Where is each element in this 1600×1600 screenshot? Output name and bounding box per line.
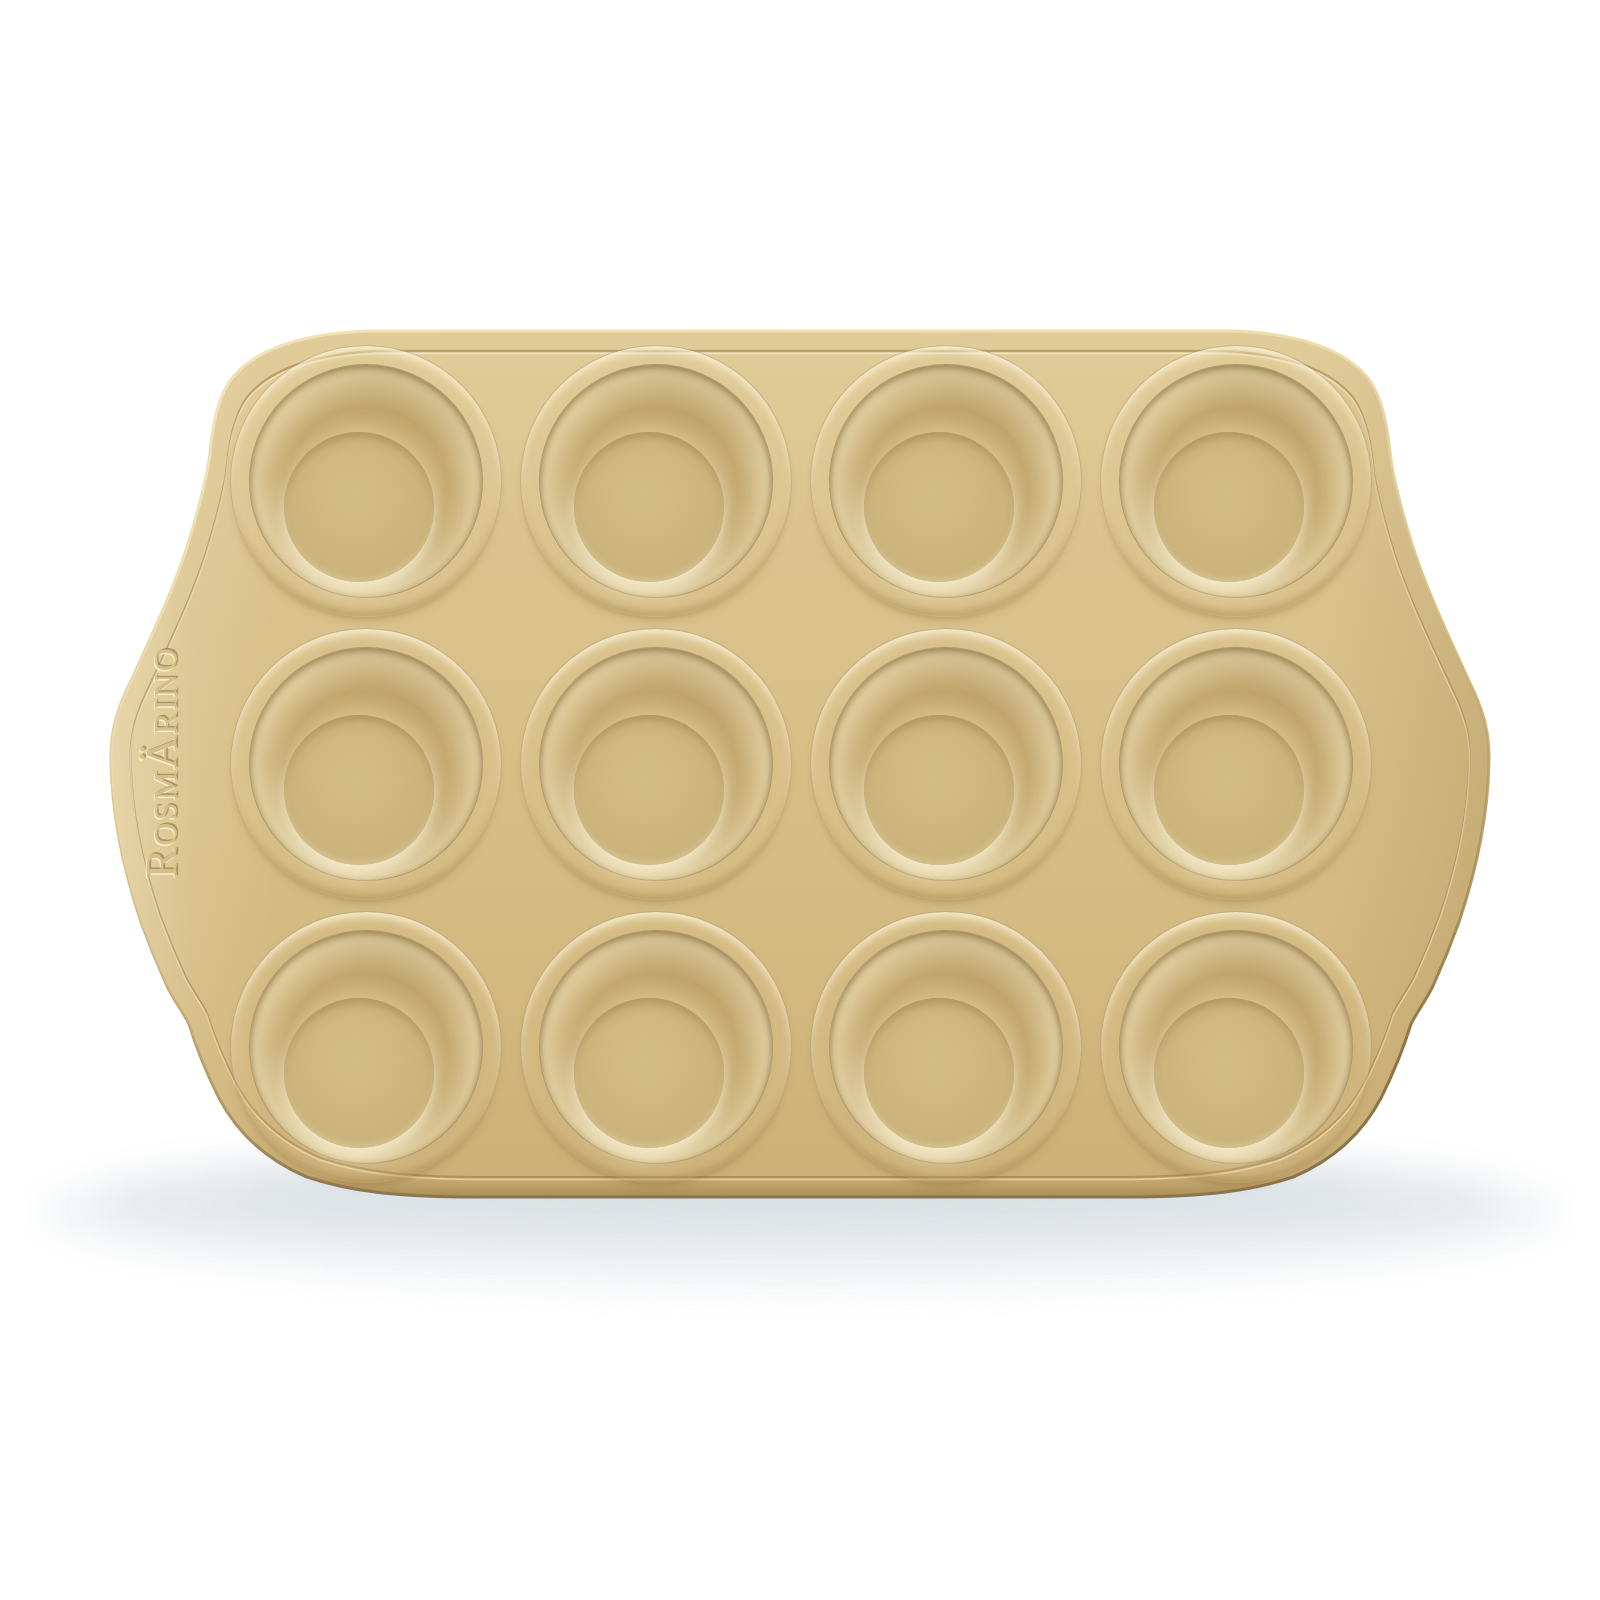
muffin-cup-cavity xyxy=(539,364,773,598)
muffin-cup xyxy=(520,628,792,900)
muffin-cup xyxy=(810,911,1082,1183)
muffin-cup xyxy=(1100,345,1372,617)
muffin-cup xyxy=(810,628,1082,900)
muffin-cup-floor xyxy=(864,715,1014,865)
muffin-cup xyxy=(230,911,502,1183)
muffin-cup-floor xyxy=(574,715,724,865)
muffin-cup-cavity xyxy=(1119,364,1353,598)
muffin-cup-floor xyxy=(284,432,434,582)
brand-logo: RosmÄrino RosmÄrino RosmÄrino xyxy=(135,644,188,880)
muffin-cup-cavity xyxy=(249,930,483,1164)
muffin-cup-cavity xyxy=(1119,930,1353,1164)
muffin-cup xyxy=(230,345,502,617)
product-photo: RosmÄrino RosmÄrino RosmÄrino xyxy=(0,0,1600,1600)
muffin-cup-floor xyxy=(574,432,724,582)
muffin-cup xyxy=(230,628,502,900)
muffin-cup xyxy=(520,911,792,1183)
muffin-cup-floor xyxy=(574,998,724,1148)
muffin-cup-floor xyxy=(284,715,434,865)
muffin-cup-floor xyxy=(1154,715,1304,865)
muffin-cup-floor xyxy=(864,432,1014,582)
muffin-cup xyxy=(520,345,792,617)
muffin-cup xyxy=(1100,911,1372,1183)
brand-logo-text: RosmÄrino xyxy=(136,646,186,879)
muffin-cup-cavity xyxy=(829,647,1063,881)
muffin-cup-cavity xyxy=(539,930,773,1164)
muffin-cup-cavity xyxy=(829,364,1063,598)
muffin-cup-floor xyxy=(864,998,1014,1148)
muffin-cup-cavity xyxy=(539,647,773,881)
muffin-cup xyxy=(1100,628,1372,900)
muffin-cup-floor xyxy=(1154,998,1304,1148)
muffin-cup-floor xyxy=(284,998,434,1148)
muffin-cup-cavity xyxy=(249,647,483,881)
muffin-cup xyxy=(810,345,1082,617)
muffin-cup-cavity xyxy=(1119,647,1353,881)
muffin-cup-cavity xyxy=(829,930,1063,1164)
muffin-cup-floor xyxy=(1154,432,1304,582)
muffin-cup-cavity xyxy=(249,364,483,598)
